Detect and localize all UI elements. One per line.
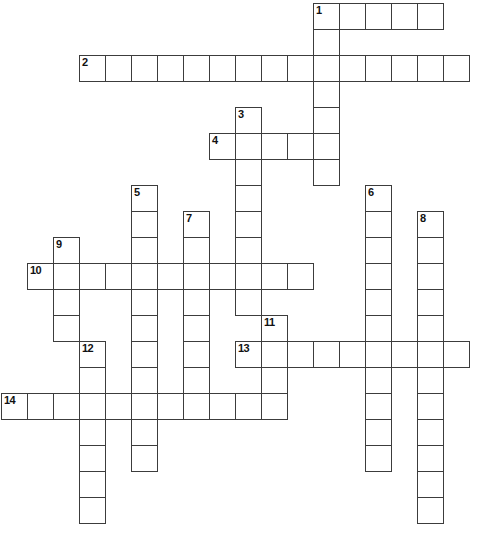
cell-r12-c16[interactable] (417, 315, 444, 342)
cell-r9-c14[interactable] (365, 237, 392, 264)
cell-r15-c0[interactable]: 14 (1, 393, 28, 420)
cell-r13-c16[interactable] (417, 341, 444, 368)
cell-r15-c4[interactable] (105, 393, 132, 420)
cell-r4-c9[interactable]: 3 (235, 107, 262, 134)
cell-r13-c13[interactable] (339, 341, 366, 368)
cell-r8-c14[interactable] (365, 211, 392, 238)
cell-r11-c14[interactable] (365, 289, 392, 316)
clue-number-5: 5 (134, 187, 140, 198)
cell-r13-c14[interactable] (365, 341, 392, 368)
cell-r1-c12[interactable] (313, 29, 340, 56)
cell-r17-c5[interactable] (131, 445, 158, 472)
cell-r15-c2[interactable] (53, 393, 80, 420)
cell-r7-c9[interactable] (235, 185, 262, 212)
cell-r9-c9[interactable] (235, 237, 262, 264)
cell-r15-c6[interactable] (157, 393, 184, 420)
cell-r10-c16[interactable] (417, 263, 444, 290)
cell-r16-c3[interactable] (79, 419, 106, 446)
clue-number-6: 6 (368, 187, 374, 198)
cell-r17-c14[interactable] (365, 445, 392, 472)
cell-r8-c16[interactable]: 8 (417, 211, 444, 238)
crossword-page: 1234567891011121314 (0, 0, 480, 534)
cell-r2-c3[interactable]: 2 (79, 55, 106, 82)
cell-r11-c16[interactable] (417, 289, 444, 316)
cell-r13-c15[interactable] (391, 341, 418, 368)
cell-r0-c12[interactable]: 1 (313, 3, 340, 30)
cell-r10-c9[interactable] (235, 263, 262, 290)
clue-number-1: 1 (316, 5, 322, 16)
clue-number-7: 7 (186, 213, 192, 224)
cell-r10-c2[interactable] (53, 263, 80, 290)
cell-r0-c16[interactable] (417, 3, 444, 30)
cell-r2-c10[interactable] (261, 55, 288, 82)
cell-r10-c14[interactable] (365, 263, 392, 290)
cell-r2-c15[interactable] (391, 55, 418, 82)
cell-r15-c9[interactable] (235, 393, 262, 420)
clue-number-3: 3 (238, 109, 244, 120)
cell-r15-c7[interactable] (183, 393, 210, 420)
cell-r15-c3[interactable] (79, 393, 106, 420)
cell-r12-c14[interactable] (365, 315, 392, 342)
cell-r2-c14[interactable] (365, 55, 392, 82)
cell-r18-c3[interactable] (79, 471, 106, 498)
cell-r11-c5[interactable] (131, 289, 158, 316)
cell-r14-c5[interactable] (131, 367, 158, 394)
clue-number-10: 10 (30, 265, 41, 276)
cell-r5-c11[interactable] (287, 133, 314, 160)
cell-r8-c9[interactable] (235, 211, 262, 238)
cell-r2-c5[interactable] (131, 55, 158, 82)
clue-number-9: 9 (56, 239, 62, 250)
cell-r15-c5[interactable] (131, 393, 158, 420)
clue-number-4: 4 (212, 135, 218, 146)
cell-r10-c7[interactable] (183, 263, 210, 290)
clue-number-12: 12 (82, 343, 93, 354)
cell-r0-c13[interactable] (339, 3, 366, 30)
cell-r9-c7[interactable] (183, 237, 210, 264)
clue-number-14: 14 (4, 395, 15, 406)
cell-r14-c3[interactable] (79, 367, 106, 394)
cell-r10-c11[interactable] (287, 263, 314, 290)
cell-r6-c12[interactable] (313, 159, 340, 186)
cell-r2-c11[interactable] (287, 55, 314, 82)
cell-r13-c10[interactable] (261, 341, 288, 368)
cell-r2-c6[interactable] (157, 55, 184, 82)
cell-r19-c3[interactable] (79, 497, 106, 524)
cell-r9-c16[interactable] (417, 237, 444, 264)
cell-r10-c6[interactable] (157, 263, 184, 290)
cell-r12-c5[interactable] (131, 315, 158, 342)
cell-r12-c2[interactable] (53, 315, 80, 342)
cell-r14-c7[interactable] (183, 367, 210, 394)
cell-r10-c3[interactable] (79, 263, 106, 290)
cell-r13-c9[interactable]: 13 (235, 341, 262, 368)
cell-r8-c7[interactable]: 7 (183, 211, 210, 238)
cell-r8-c5[interactable] (131, 211, 158, 238)
cell-r16-c5[interactable] (131, 419, 158, 446)
cell-r11-c9[interactable] (235, 289, 262, 316)
cell-r7-c14[interactable]: 6 (365, 185, 392, 212)
cell-r13-c12[interactable] (313, 341, 340, 368)
cell-r14-c14[interactable] (365, 367, 392, 394)
cell-r16-c14[interactable] (365, 419, 392, 446)
cell-r13-c17[interactable] (443, 341, 470, 368)
cell-r10-c4[interactable] (105, 263, 132, 290)
cell-r14-c10[interactable] (261, 367, 288, 394)
cell-r13-c7[interactable] (183, 341, 210, 368)
cell-r10-c1[interactable]: 10 (27, 263, 54, 290)
cell-r2-c13[interactable] (339, 55, 366, 82)
cell-r6-c9[interactable] (235, 159, 262, 186)
cell-r10-c10[interactable] (261, 263, 288, 290)
cell-r9-c5[interactable] (131, 237, 158, 264)
cell-r2-c8[interactable] (209, 55, 236, 82)
cell-r2-c7[interactable] (183, 55, 210, 82)
cell-r12-c10[interactable]: 11 (261, 315, 288, 342)
cell-r18-c16[interactable] (417, 471, 444, 498)
cell-r5-c10[interactable] (261, 133, 288, 160)
cell-r10-c5[interactable] (131, 263, 158, 290)
cell-r0-c14[interactable] (365, 3, 392, 30)
clue-number-13: 13 (238, 343, 249, 354)
cell-r2-c9[interactable] (235, 55, 262, 82)
cell-r2-c17[interactable] (443, 55, 470, 82)
cell-r5-c12[interactable] (313, 133, 340, 160)
clue-number-2: 2 (82, 57, 88, 68)
cell-r0-c15[interactable] (391, 3, 418, 30)
cell-r15-c1[interactable] (27, 393, 54, 420)
cell-r2-c4[interactable] (105, 55, 132, 82)
cell-r15-c14[interactable] (365, 393, 392, 420)
cell-r11-c2[interactable] (53, 289, 80, 316)
cell-r9-c2[interactable]: 9 (53, 237, 80, 264)
cell-r16-c16[interactable] (417, 419, 444, 446)
cell-r15-c10[interactable] (261, 393, 288, 420)
cell-r5-c8[interactable]: 4 (209, 133, 236, 160)
cell-r19-c16[interactable] (417, 497, 444, 524)
cell-r4-c12[interactable] (313, 107, 340, 134)
clue-number-8: 8 (420, 213, 426, 224)
cell-r3-c12[interactable] (313, 81, 340, 108)
crossword-grid: 1234567891011121314 (1, 3, 470, 524)
cell-r5-c9[interactable] (235, 133, 262, 160)
cell-r11-c7[interactable] (183, 289, 210, 316)
cell-r10-c8[interactable] (209, 263, 236, 290)
cell-r12-c7[interactable] (183, 315, 210, 342)
cell-r13-c5[interactable] (131, 341, 158, 368)
cell-r15-c16[interactable] (417, 393, 444, 420)
cell-r2-c12[interactable] (313, 55, 340, 82)
cell-r7-c5[interactable]: 5 (131, 185, 158, 212)
cell-r2-c16[interactable] (417, 55, 444, 82)
cell-r15-c8[interactable] (209, 393, 236, 420)
cell-r13-c3[interactable]: 12 (79, 341, 106, 368)
cell-r13-c11[interactable] (287, 341, 314, 368)
cell-r14-c16[interactable] (417, 367, 444, 394)
clue-number-11: 11 (264, 317, 275, 328)
cell-r17-c3[interactable] (79, 445, 106, 472)
cell-r17-c16[interactable] (417, 445, 444, 472)
